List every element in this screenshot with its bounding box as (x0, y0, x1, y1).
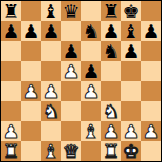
square-d6[interactable]: ♟ (61, 41, 81, 61)
square-g7[interactable]: ♝ (121, 21, 141, 41)
chess-board: ♜♝♛♜♚♟♟♟♞♟♝♟♟♞♟♟♟♟♟♟♞♞♟♝♟♟♟♜♝♛♜♚ (1, 1, 161, 161)
square-a8[interactable]: ♜ (1, 1, 21, 21)
square-a4[interactable] (1, 81, 21, 101)
square-h3[interactable] (141, 101, 161, 121)
piece-white-knight[interactable]: ♞ (42, 101, 59, 121)
piece-black-pawn[interactable]: ♟ (62, 41, 79, 61)
square-g5[interactable] (121, 61, 141, 81)
square-h7[interactable]: ♟ (141, 21, 161, 41)
square-d5[interactable]: ♟ (61, 61, 81, 81)
square-h8[interactable] (141, 1, 161, 21)
square-c3[interactable]: ♞ (41, 101, 61, 121)
piece-white-king[interactable]: ♚ (122, 141, 139, 161)
square-h1[interactable] (141, 141, 161, 161)
piece-white-pawn[interactable]: ♟ (142, 121, 159, 141)
square-a6[interactable] (1, 41, 21, 61)
square-c4[interactable]: ♟ (41, 81, 61, 101)
square-e4[interactable]: ♟ (81, 81, 101, 101)
square-f2[interactable]: ♟ (101, 121, 121, 141)
piece-white-pawn[interactable]: ♟ (2, 121, 19, 141)
piece-black-knight[interactable]: ♞ (82, 21, 99, 41)
square-b5[interactable] (21, 61, 41, 81)
piece-white-pawn[interactable]: ♟ (42, 81, 59, 101)
piece-black-rook[interactable]: ♜ (2, 1, 19, 21)
piece-white-pawn[interactable]: ♟ (102, 121, 119, 141)
piece-black-pawn[interactable]: ♟ (2, 21, 19, 41)
square-h4[interactable] (141, 81, 161, 101)
square-a2[interactable]: ♟ (1, 121, 21, 141)
square-g3[interactable] (121, 101, 141, 121)
square-a1[interactable]: ♜ (1, 141, 21, 161)
square-d7[interactable] (61, 21, 81, 41)
square-b1[interactable] (21, 141, 41, 161)
square-c8[interactable]: ♝ (41, 1, 61, 21)
square-h6[interactable] (141, 41, 161, 61)
square-c5[interactable] (41, 61, 61, 81)
square-f5[interactable] (101, 61, 121, 81)
square-b7[interactable]: ♟ (21, 21, 41, 41)
square-b6[interactable] (21, 41, 41, 61)
piece-black-king[interactable]: ♚ (122, 1, 139, 21)
square-f4[interactable] (101, 81, 121, 101)
square-g4[interactable] (121, 81, 141, 101)
square-b8[interactable] (21, 1, 41, 21)
square-c7[interactable]: ♟ (41, 21, 61, 41)
chess-board-frame: ♜♝♛♜♚♟♟♟♞♟♝♟♟♞♟♟♟♟♟♟♞♞♟♝♟♟♟♜♝♛♜♚ (0, 0, 162, 162)
square-e6[interactable] (81, 41, 101, 61)
piece-black-queen[interactable]: ♛ (62, 1, 79, 21)
piece-white-pawn[interactable]: ♟ (62, 61, 79, 81)
piece-white-rook[interactable]: ♜ (2, 141, 19, 161)
piece-black-bishop[interactable]: ♝ (42, 1, 59, 21)
square-a3[interactable] (1, 101, 21, 121)
square-e8[interactable] (81, 1, 101, 21)
square-b3[interactable] (21, 101, 41, 121)
square-a5[interactable] (1, 61, 21, 81)
square-b4[interactable]: ♟ (21, 81, 41, 101)
piece-black-pawn[interactable]: ♟ (22, 21, 39, 41)
square-g2[interactable]: ♟ (121, 121, 141, 141)
square-d1[interactable]: ♛ (61, 141, 81, 161)
square-d3[interactable] (61, 101, 81, 121)
piece-black-bishop[interactable]: ♝ (122, 21, 139, 41)
square-f8[interactable]: ♜ (101, 1, 121, 21)
piece-black-pawn[interactable]: ♟ (102, 21, 119, 41)
piece-white-pawn[interactable]: ♟ (82, 81, 99, 101)
square-e5[interactable]: ♟ (81, 61, 101, 81)
square-h5[interactable] (141, 61, 161, 81)
square-d8[interactable]: ♛ (61, 1, 81, 21)
square-e1[interactable] (81, 141, 101, 161)
piece-black-pawn[interactable]: ♟ (142, 21, 159, 41)
square-e7[interactable]: ♞ (81, 21, 101, 41)
square-c1[interactable]: ♝ (41, 141, 61, 161)
square-f1[interactable]: ♜ (101, 141, 121, 161)
piece-black-rook[interactable]: ♜ (102, 1, 119, 21)
square-e3[interactable] (81, 101, 101, 121)
piece-black-pawn[interactable]: ♟ (122, 41, 139, 61)
square-g8[interactable]: ♚ (121, 1, 141, 21)
square-f3[interactable]: ♞ (101, 101, 121, 121)
piece-black-pawn[interactable]: ♟ (42, 21, 59, 41)
piece-white-bishop[interactable]: ♝ (82, 121, 99, 141)
square-d4[interactable] (61, 81, 81, 101)
piece-white-pawn[interactable]: ♟ (122, 121, 139, 141)
square-f7[interactable]: ♟ (101, 21, 121, 41)
piece-white-rook[interactable]: ♜ (102, 141, 119, 161)
square-g1[interactable]: ♚ (121, 141, 141, 161)
piece-white-bishop[interactable]: ♝ (42, 141, 59, 161)
square-h2[interactable]: ♟ (141, 121, 161, 141)
square-c6[interactable] (41, 41, 61, 61)
piece-white-pawn[interactable]: ♟ (22, 81, 39, 101)
square-d2[interactable] (61, 121, 81, 141)
piece-black-pawn[interactable]: ♟ (82, 61, 99, 81)
piece-white-queen[interactable]: ♛ (62, 141, 79, 161)
square-a7[interactable]: ♟ (1, 21, 21, 41)
square-g6[interactable]: ♟ (121, 41, 141, 61)
square-f6[interactable]: ♞ (101, 41, 121, 61)
square-c2[interactable] (41, 121, 61, 141)
piece-black-knight[interactable]: ♞ (102, 41, 119, 61)
square-b2[interactable] (21, 121, 41, 141)
piece-white-knight[interactable]: ♞ (102, 101, 119, 121)
square-e2[interactable]: ♝ (81, 121, 101, 141)
